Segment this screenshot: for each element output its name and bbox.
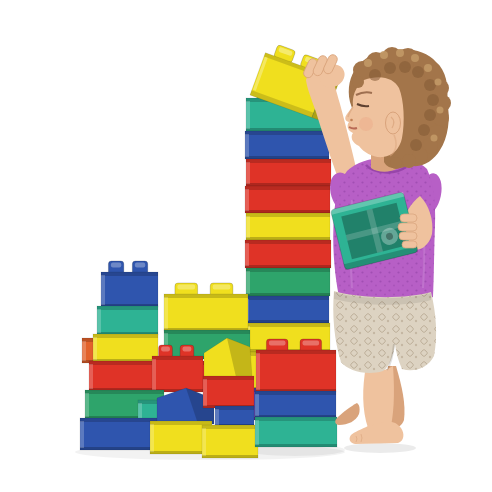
brick-red bbox=[245, 186, 330, 213]
brick-structures bbox=[80, 87, 337, 458]
brick-red bbox=[246, 159, 331, 186]
right-hand bbox=[398, 214, 428, 248]
brick-yellow bbox=[202, 425, 258, 458]
brick-blue bbox=[215, 406, 254, 427]
brick-blue bbox=[245, 296, 329, 323]
brick-green bbox=[246, 268, 330, 296]
brick-blue bbox=[245, 131, 329, 159]
front-foot bbox=[350, 421, 404, 444]
shorts bbox=[333, 291, 436, 373]
brick-yellow bbox=[164, 283, 248, 331]
brick-red bbox=[245, 240, 331, 268]
brick-yellow bbox=[246, 213, 330, 240]
brick-red bbox=[203, 376, 254, 408]
brick-teal bbox=[97, 306, 158, 335]
brick-yellow bbox=[93, 334, 158, 362]
brick-teal bbox=[255, 417, 337, 447]
scene-photo bbox=[0, 0, 492, 492]
back-foot bbox=[335, 403, 359, 425]
brick-blue bbox=[255, 391, 336, 418]
brick-blue bbox=[101, 261, 158, 307]
photo-canvas bbox=[0, 0, 492, 492]
ear bbox=[386, 112, 401, 134]
